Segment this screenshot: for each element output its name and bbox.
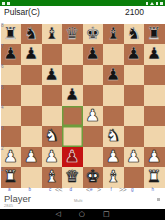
piece-black-knight: ♞ bbox=[21, 24, 42, 45]
square-h8[interactable]: ♜ bbox=[144, 24, 165, 45]
square-c1[interactable]: ♝ bbox=[42, 167, 63, 188]
rank-label-5: 5 bbox=[1, 86, 4, 91]
square-g7[interactable]: ♟ bbox=[124, 44, 145, 65]
square-g6[interactable] bbox=[124, 65, 145, 86]
square-f2[interactable]: ♟ bbox=[103, 147, 124, 168]
square-d4[interactable] bbox=[62, 106, 83, 127]
piece-white-knight: ♞ bbox=[42, 126, 63, 147]
square-c5[interactable] bbox=[42, 85, 63, 106]
square-f8[interactable]: ♝ bbox=[103, 24, 124, 45]
square-h3[interactable] bbox=[144, 126, 165, 147]
piece-black-bishop: ♝ bbox=[42, 24, 63, 45]
piece-white-bishop: ♝ bbox=[103, 167, 124, 188]
square-d2[interactable]: ♟ bbox=[62, 147, 83, 168]
square-b6[interactable] bbox=[21, 65, 42, 86]
square-e2[interactable] bbox=[83, 147, 104, 168]
square-c6[interactable]: ♟ bbox=[42, 65, 63, 86]
square-b7[interactable]: ♟ bbox=[21, 44, 42, 65]
square-e8[interactable]: ♚ bbox=[83, 24, 104, 45]
square-g5[interactable] bbox=[124, 85, 145, 106]
file-label-h: h bbox=[152, 188, 155, 193]
piece-black-pawn: ♟ bbox=[21, 44, 42, 65]
piece-black-king: ♚ bbox=[83, 24, 104, 45]
rank-label-6: 6 bbox=[1, 65, 4, 70]
piece-white-pawn: ♟ bbox=[144, 147, 165, 168]
recents-icon[interactable]: □ bbox=[103, 209, 110, 220]
square-b5[interactable] bbox=[21, 85, 42, 106]
piece-black-pawn: ♟ bbox=[144, 44, 165, 65]
bottom-center-label: Multi bbox=[74, 198, 82, 203]
square-f4[interactable] bbox=[103, 106, 124, 127]
square-g4[interactable] bbox=[124, 106, 145, 127]
square-b4[interactable] bbox=[21, 106, 42, 127]
square-h2[interactable]: ♟ bbox=[144, 147, 165, 168]
rank-label-7: 7 bbox=[1, 45, 4, 50]
square-d5[interactable]: ♟ bbox=[62, 85, 83, 106]
last-move-button[interactable]: >> bbox=[119, 186, 126, 193]
square-g3[interactable] bbox=[124, 126, 145, 147]
square-h7[interactable]: ♟ bbox=[144, 44, 165, 65]
square-d3[interactable] bbox=[62, 126, 83, 147]
first-move-button[interactable]: << bbox=[55, 186, 62, 193]
square-g1[interactable] bbox=[124, 167, 145, 188]
piece-white-pawn: ♟ bbox=[62, 147, 83, 168]
notification-icon bbox=[7, 2, 10, 5]
square-d1[interactable]: ♛ bbox=[62, 167, 83, 188]
piece-black-pawn: ♟ bbox=[124, 44, 145, 65]
file-label-b: b bbox=[29, 188, 32, 193]
piece-white-pawn: ♟ bbox=[124, 147, 145, 168]
square-g2[interactable]: ♟ bbox=[124, 147, 145, 168]
menu-icon[interactable] bbox=[157, 198, 160, 201]
chess-board[interactable]: ♜♞♝♛♚♝♞♜♟♟♟♟♟♟♟♟♟♞♞♟♟♟♟♟♟♟♜♝♛♚♝♜ bbox=[1, 24, 165, 188]
piece-black-pawn: ♟ bbox=[62, 85, 83, 106]
rank-label-3: 3 bbox=[1, 127, 4, 132]
piece-black-pawn: ♟ bbox=[83, 44, 104, 65]
square-d8[interactable]: ♛ bbox=[62, 24, 83, 45]
square-f1[interactable]: ♝ bbox=[103, 167, 124, 188]
piece-white-bishop: ♝ bbox=[42, 167, 63, 188]
notification-icon bbox=[2, 2, 5, 5]
home-icon[interactable]: ○ bbox=[79, 209, 85, 220]
file-label-e: e bbox=[90, 188, 93, 193]
square-h6[interactable] bbox=[144, 65, 165, 86]
piece-black-knight: ♞ bbox=[124, 24, 145, 45]
piece-white-pawn: ♟ bbox=[83, 106, 104, 127]
piece-white-knight: ♞ bbox=[103, 126, 124, 147]
file-label-d: d bbox=[70, 188, 73, 193]
piece-black-queen: ♛ bbox=[62, 24, 83, 45]
square-c4[interactable] bbox=[42, 106, 63, 127]
android-nav-bar: ◁ ○ □ bbox=[0, 209, 165, 220]
piece-black-pawn: ♟ bbox=[42, 65, 63, 86]
piece-black-bishop: ♝ bbox=[103, 24, 124, 45]
file-label-c: c bbox=[49, 188, 51, 193]
square-f5[interactable] bbox=[103, 85, 124, 106]
square-e7[interactable]: ♟ bbox=[83, 44, 104, 65]
file-label-a: a bbox=[8, 188, 11, 193]
rank-label-1: 1 bbox=[1, 168, 4, 173]
square-e4[interactable]: ♟ bbox=[83, 106, 104, 127]
square-e3[interactable] bbox=[83, 126, 104, 147]
app-screen: Pulsar(C) 2100 39-39Atomic3 d7d5 ♜♞♝♛♚♝♞… bbox=[0, 0, 165, 220]
piece-white-pawn: ♟ bbox=[21, 147, 42, 168]
rank-label-4: 4 bbox=[1, 106, 4, 111]
signal-icon bbox=[146, 2, 148, 5]
square-g8[interactable]: ♞ bbox=[124, 24, 145, 45]
square-e5[interactable] bbox=[83, 85, 104, 106]
square-d6[interactable] bbox=[62, 65, 83, 86]
player-rating: 2845 bbox=[4, 203, 13, 208]
engine-rating: 2100 bbox=[125, 7, 144, 17]
piece-white-rook: ♜ bbox=[144, 167, 165, 188]
piece-white-pawn: ♟ bbox=[103, 147, 124, 168]
square-e6[interactable] bbox=[83, 65, 104, 86]
piece-white-queen: ♛ bbox=[62, 167, 83, 188]
wifi-icon bbox=[150, 2, 154, 5]
square-e1[interactable]: ♚ bbox=[83, 167, 104, 188]
piece-black-rook: ♜ bbox=[144, 24, 165, 45]
piece-black-pawn: ♟ bbox=[103, 65, 124, 86]
game-header: Pulsar(C) 2100 39-39Atomic3 d7d5 bbox=[0, 6, 165, 24]
piece-white-pawn: ♟ bbox=[42, 147, 63, 168]
square-b3[interactable] bbox=[21, 126, 42, 147]
square-b1[interactable] bbox=[21, 167, 42, 188]
square-f7[interactable] bbox=[103, 44, 124, 65]
rank-label-8: 8 bbox=[1, 24, 4, 29]
square-f6[interactable]: ♟ bbox=[103, 65, 124, 86]
square-c2[interactable]: ♟ bbox=[42, 147, 63, 168]
battery-icon bbox=[156, 2, 158, 5]
rank-label-2: 2 bbox=[1, 147, 4, 152]
clock-icon bbox=[160, 2, 163, 5]
status-system-icons bbox=[146, 2, 163, 5]
square-f3[interactable]: ♞ bbox=[103, 126, 124, 147]
file-label-g: g bbox=[131, 188, 134, 193]
back-icon[interactable]: ◁ bbox=[55, 209, 60, 220]
square-d7[interactable] bbox=[62, 44, 83, 65]
file-label-f: f bbox=[111, 188, 112, 193]
square-h5[interactable] bbox=[144, 85, 165, 106]
status-notification-icons bbox=[2, 2, 10, 5]
square-b2[interactable]: ♟ bbox=[21, 147, 42, 168]
square-h4[interactable] bbox=[144, 106, 165, 127]
piece-white-king: ♚ bbox=[83, 167, 104, 188]
square-c7[interactable] bbox=[42, 44, 63, 65]
square-c3[interactable]: ♞ bbox=[42, 126, 63, 147]
square-c8[interactable]: ♝ bbox=[42, 24, 63, 45]
next-move-button[interactable]: > bbox=[97, 186, 101, 193]
square-b8[interactable]: ♞ bbox=[21, 24, 42, 45]
square-h1[interactable]: ♜ bbox=[144, 167, 165, 188]
